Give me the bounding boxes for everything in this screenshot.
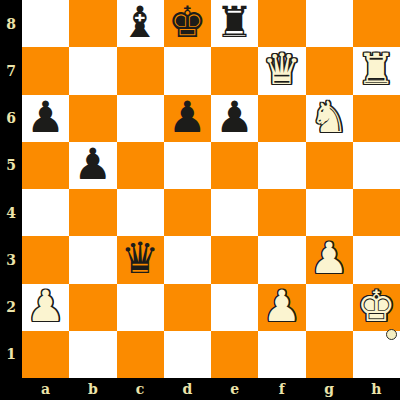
file-label-h: h bbox=[353, 378, 400, 400]
square-c7[interactable] bbox=[117, 47, 164, 94]
rank-label-7: 7 bbox=[0, 47, 22, 94]
square-c2[interactable] bbox=[117, 284, 164, 331]
white-pawn[interactable]: ♟ bbox=[310, 237, 349, 280]
square-g4[interactable] bbox=[306, 189, 353, 236]
rank-label-1: 1 bbox=[0, 331, 22, 378]
square-e1[interactable] bbox=[211, 331, 258, 378]
square-f1[interactable] bbox=[258, 331, 305, 378]
file-label-f: f bbox=[258, 378, 305, 400]
square-d7[interactable] bbox=[164, 47, 211, 94]
square-c5[interactable] bbox=[117, 142, 164, 189]
file-label-d: d bbox=[164, 378, 211, 400]
square-h6[interactable] bbox=[353, 95, 400, 142]
square-b8[interactable] bbox=[69, 0, 116, 47]
square-h7[interactable]: ♜ bbox=[353, 47, 400, 94]
black-king[interactable]: ♚ bbox=[168, 1, 207, 44]
rank-label-2: 2 bbox=[0, 284, 22, 331]
square-b2[interactable] bbox=[69, 284, 116, 331]
chess-board[interactable]: ♝♚♜♛♜♟♟♟♞♟♛♟♟♟♚ bbox=[22, 0, 400, 378]
black-rook[interactable]: ♜ bbox=[215, 1, 254, 44]
square-a2[interactable]: ♟ bbox=[22, 284, 69, 331]
square-f6[interactable] bbox=[258, 95, 305, 142]
white-pawn[interactable]: ♟ bbox=[26, 285, 65, 328]
square-a5[interactable] bbox=[22, 142, 69, 189]
square-h8[interactable] bbox=[353, 0, 400, 47]
square-f4[interactable] bbox=[258, 189, 305, 236]
square-e2[interactable] bbox=[211, 284, 258, 331]
square-e4[interactable] bbox=[211, 189, 258, 236]
square-e7[interactable] bbox=[211, 47, 258, 94]
square-c6[interactable] bbox=[117, 95, 164, 142]
white-queen[interactable]: ♛ bbox=[263, 48, 302, 91]
rank-label-6: 6 bbox=[0, 95, 22, 142]
square-b4[interactable] bbox=[69, 189, 116, 236]
file-label-c: c bbox=[117, 378, 164, 400]
square-d2[interactable] bbox=[164, 284, 211, 331]
marker-dot-h1 bbox=[386, 329, 397, 340]
square-d4[interactable] bbox=[164, 189, 211, 236]
chess-board-screenshot: 87654321 ♝♚♜♛♜♟♟♟♞♟♛♟♟♟♚ abcdefgh bbox=[0, 0, 400, 400]
white-king[interactable]: ♚ bbox=[357, 285, 396, 328]
white-pawn[interactable]: ♟ bbox=[263, 285, 302, 328]
black-pawn[interactable]: ♟ bbox=[215, 96, 254, 139]
square-f7[interactable]: ♛ bbox=[258, 47, 305, 94]
square-c8[interactable]: ♝ bbox=[117, 0, 164, 47]
file-label-e: e bbox=[211, 378, 258, 400]
square-e3[interactable] bbox=[211, 236, 258, 283]
rank-label-8: 8 bbox=[0, 0, 22, 47]
square-b3[interactable] bbox=[69, 236, 116, 283]
square-a4[interactable] bbox=[22, 189, 69, 236]
square-g8[interactable] bbox=[306, 0, 353, 47]
square-d3[interactable] bbox=[164, 236, 211, 283]
square-d5[interactable] bbox=[164, 142, 211, 189]
square-h2[interactable]: ♚ bbox=[353, 284, 400, 331]
square-f8[interactable] bbox=[258, 0, 305, 47]
square-b5[interactable]: ♟ bbox=[69, 142, 116, 189]
black-pawn[interactable]: ♟ bbox=[168, 96, 207, 139]
square-b6[interactable] bbox=[69, 95, 116, 142]
white-rook[interactable]: ♜ bbox=[357, 48, 396, 91]
square-g1[interactable] bbox=[306, 331, 353, 378]
square-h5[interactable] bbox=[353, 142, 400, 189]
square-a3[interactable] bbox=[22, 236, 69, 283]
square-h4[interactable] bbox=[353, 189, 400, 236]
black-queen[interactable]: ♛ bbox=[121, 237, 160, 280]
black-pawn[interactable]: ♟ bbox=[26, 96, 65, 139]
square-b7[interactable] bbox=[69, 47, 116, 94]
square-a1[interactable] bbox=[22, 331, 69, 378]
square-d8[interactable]: ♚ bbox=[164, 0, 211, 47]
square-e5[interactable] bbox=[211, 142, 258, 189]
rank-label-4: 4 bbox=[0, 189, 22, 236]
square-b1[interactable] bbox=[69, 331, 116, 378]
square-a6[interactable]: ♟ bbox=[22, 95, 69, 142]
black-bishop[interactable]: ♝ bbox=[121, 1, 160, 44]
white-knight[interactable]: ♞ bbox=[310, 96, 349, 139]
square-g5[interactable] bbox=[306, 142, 353, 189]
square-f3[interactable] bbox=[258, 236, 305, 283]
square-e8[interactable]: ♜ bbox=[211, 0, 258, 47]
rank-label-3: 3 bbox=[0, 236, 22, 283]
file-label-b: b bbox=[69, 378, 116, 400]
black-pawn[interactable]: ♟ bbox=[74, 143, 113, 186]
square-g3[interactable]: ♟ bbox=[306, 236, 353, 283]
file-labels: abcdefgh bbox=[22, 378, 400, 400]
square-g6[interactable]: ♞ bbox=[306, 95, 353, 142]
square-d6[interactable]: ♟ bbox=[164, 95, 211, 142]
square-d1[interactable] bbox=[164, 331, 211, 378]
file-label-a: a bbox=[22, 378, 69, 400]
square-g7[interactable] bbox=[306, 47, 353, 94]
square-e6[interactable]: ♟ bbox=[211, 95, 258, 142]
square-c4[interactable] bbox=[117, 189, 164, 236]
rank-label-5: 5 bbox=[0, 142, 22, 189]
square-c3[interactable]: ♛ bbox=[117, 236, 164, 283]
square-g2[interactable] bbox=[306, 284, 353, 331]
square-a7[interactable] bbox=[22, 47, 69, 94]
square-h1[interactable] bbox=[353, 331, 400, 378]
rank-labels: 87654321 bbox=[0, 0, 22, 378]
file-label-g: g bbox=[306, 378, 353, 400]
square-f2[interactable]: ♟ bbox=[258, 284, 305, 331]
square-f5[interactable] bbox=[258, 142, 305, 189]
square-c1[interactable] bbox=[117, 331, 164, 378]
square-h3[interactable] bbox=[353, 236, 400, 283]
square-a8[interactable] bbox=[22, 0, 69, 47]
